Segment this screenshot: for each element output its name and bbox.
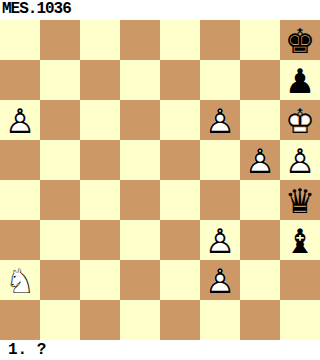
piece-black-queen: ♛ (280, 180, 320, 220)
square-h7: ♟ (280, 60, 320, 100)
square-c6 (80, 100, 120, 140)
square-c7 (80, 60, 120, 100)
square-a2: ♞♘ (0, 260, 40, 300)
square-f5 (200, 140, 240, 180)
square-d5 (120, 140, 160, 180)
square-b6 (40, 100, 80, 140)
square-b2 (40, 260, 80, 300)
square-h3: ♝ (280, 220, 320, 260)
square-c1 (80, 300, 120, 340)
square-e1 (160, 300, 200, 340)
square-f8 (200, 20, 240, 60)
square-g2 (240, 260, 280, 300)
square-a4 (0, 180, 40, 220)
square-d2 (120, 260, 160, 300)
square-d7 (120, 60, 160, 100)
square-g7 (240, 60, 280, 100)
piece-black-pawn: ♟ (280, 60, 320, 100)
piece-white-pawn: ♙ (0, 100, 40, 140)
piece-white-pawn: ♙ (280, 140, 320, 180)
square-a5 (0, 140, 40, 180)
square-e4 (160, 180, 200, 220)
square-d6 (120, 100, 160, 140)
square-c4 (80, 180, 120, 220)
piece-black-bishop: ♝ (280, 220, 320, 260)
square-d8 (120, 20, 160, 60)
square-g8 (240, 20, 280, 60)
square-c5 (80, 140, 120, 180)
square-h5: ♟♙ (280, 140, 320, 180)
square-g4 (240, 180, 280, 220)
square-g6 (240, 100, 280, 140)
square-g5: ♟♙ (240, 140, 280, 180)
square-a3 (0, 220, 40, 260)
square-h2 (280, 260, 320, 300)
move-prompt: 1. ? (0, 340, 320, 360)
square-a1 (0, 300, 40, 340)
piece-white-pawn: ♙ (240, 140, 280, 180)
square-d4 (120, 180, 160, 220)
square-h1 (280, 300, 320, 340)
square-b8 (40, 20, 80, 60)
square-b5 (40, 140, 80, 180)
piece-white-pawn: ♙ (200, 100, 240, 140)
square-f1 (200, 300, 240, 340)
square-e6 (160, 100, 200, 140)
piece-white-pawn: ♙ (200, 260, 240, 300)
square-f4 (200, 180, 240, 220)
square-e2 (160, 260, 200, 300)
square-h8: ♚ (280, 20, 320, 60)
square-e3 (160, 220, 200, 260)
square-f6: ♟♙ (200, 100, 240, 140)
piece-black-king: ♚ (280, 20, 320, 60)
piece-white-pawn: ♙ (200, 220, 240, 260)
chess-board: ♚♟♟♙♟♙♚♔♟♙♟♙♛♟♙♝♞♘♟♙ (0, 20, 320, 340)
square-b4 (40, 180, 80, 220)
piece-white-knight: ♘ (0, 260, 40, 300)
square-g3 (240, 220, 280, 260)
square-b3 (40, 220, 80, 260)
square-c3 (80, 220, 120, 260)
square-a6: ♟♙ (0, 100, 40, 140)
square-f7 (200, 60, 240, 100)
square-d1 (120, 300, 160, 340)
square-d3 (120, 220, 160, 260)
square-h6: ♚♔ (280, 100, 320, 140)
square-b1 (40, 300, 80, 340)
chess-diagram-page: MES.1036 ♚♟♟♙♟♙♚♔♟♙♟♙♛♟♙♝♞♘♟♙ 1. ? (0, 0, 320, 360)
diagram-title: MES.1036 (0, 0, 320, 20)
square-g1 (240, 300, 280, 340)
square-a8 (0, 20, 40, 60)
square-f2: ♟♙ (200, 260, 240, 300)
piece-white-king: ♔ (280, 100, 320, 140)
square-c2 (80, 260, 120, 300)
square-h4: ♛ (280, 180, 320, 220)
square-e5 (160, 140, 200, 180)
square-b7 (40, 60, 80, 100)
square-f3: ♟♙ (200, 220, 240, 260)
square-c8 (80, 20, 120, 60)
square-e7 (160, 60, 200, 100)
square-e8 (160, 20, 200, 60)
square-a7 (0, 60, 40, 100)
